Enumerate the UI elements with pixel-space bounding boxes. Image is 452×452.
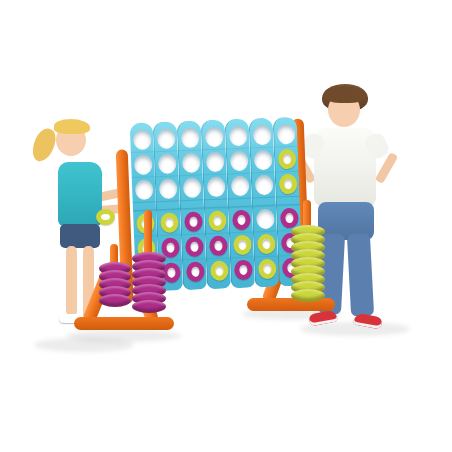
empty-hole: [230, 176, 249, 197]
cell-r3-c3: [180, 174, 204, 200]
yellow-disc: [233, 235, 252, 256]
cell-r3-c1: [132, 176, 156, 202]
magenta-disc-stack-small: [99, 262, 131, 307]
cell-r2-c1: [131, 151, 155, 177]
magenta-spare-disc: [99, 294, 131, 307]
cell-r3-c5: [228, 173, 252, 199]
empty-hole: [254, 175, 273, 196]
left-big-disc-pole: [144, 210, 152, 258]
yellow-disc-in-hand: [96, 209, 115, 225]
cell-r3-c7: [276, 171, 300, 197]
yellow-spare-disc: [291, 289, 325, 302]
cell-r6-c5: [231, 256, 255, 282]
cell-r6-c3: [183, 258, 207, 284]
cell-r5-c4: [206, 232, 230, 258]
magenta-disc: [209, 235, 228, 256]
empty-hole: [158, 178, 177, 199]
cell-r4-c3: [181, 208, 205, 234]
empty-hole: [132, 129, 151, 150]
boy-jeans-leg: [347, 233, 374, 316]
yellow-disc: [258, 259, 277, 280]
magenta-disc: [234, 260, 253, 281]
frame-left-foot: [74, 317, 174, 330]
boy-red-sneaker: [353, 313, 383, 330]
cell-r3-c4: [204, 173, 228, 199]
magenta-disc: [185, 236, 204, 257]
magenta-disc: [186, 261, 205, 282]
cell-r2-c5: [227, 148, 251, 174]
yellow-disc: [210, 260, 229, 281]
cell-r5-c5: [230, 231, 254, 257]
girl-denim-shorts: [60, 224, 100, 248]
cell-r6-c4: [207, 257, 231, 283]
empty-hole: [182, 177, 201, 198]
cell-r4-c6: [253, 206, 277, 232]
girl-hair: [54, 119, 90, 134]
cell-r5-c6: [254, 231, 278, 257]
empty-hole: [276, 124, 295, 145]
empty-hole: [206, 177, 225, 198]
cell-r4-c5: [229, 207, 253, 233]
cell-r2-c2: [155, 150, 179, 176]
cell-r2-c6: [251, 147, 275, 173]
yellow-disc: [278, 174, 297, 195]
empty-hole: [205, 152, 224, 173]
empty-hole: [228, 126, 247, 147]
cell-r1-c1: [130, 127, 154, 152]
empty-hole: [180, 128, 199, 149]
cell-r2-c4: [203, 148, 227, 174]
empty-hole: [133, 154, 152, 175]
cell-r5-c3: [182, 233, 206, 259]
magenta-disc-stack-big: [132, 252, 166, 313]
yellow-disc: [208, 211, 227, 232]
cell-r4-c4: [205, 207, 229, 233]
cell-r6-c6: [255, 256, 279, 282]
cell-r1-c3: [178, 125, 202, 150]
girl-leg: [66, 246, 77, 316]
cell-r1-c5: [226, 124, 250, 149]
yellow-disc-stack: [291, 225, 325, 302]
cell-r3-c2: [156, 175, 180, 201]
cell-r1-c7: [274, 122, 298, 147]
product-photo-scene: [0, 0, 452, 452]
empty-hole: [156, 128, 175, 149]
boy-red-sneaker: [308, 310, 338, 327]
empty-hole: [229, 151, 248, 172]
empty-hole: [134, 179, 153, 200]
empty-hole: [157, 153, 176, 174]
cell-r3-c6: [252, 172, 276, 198]
empty-hole: [204, 127, 223, 148]
cell-r2-c7: [275, 146, 299, 172]
magenta-disc: [232, 210, 251, 231]
boy-hair-fringe: [324, 86, 366, 103]
cell-r1-c6: [250, 123, 274, 148]
empty-hole: [256, 209, 275, 230]
yellow-disc: [257, 234, 276, 255]
empty-hole: [253, 150, 272, 171]
magenta-spare-disc: [132, 300, 166, 313]
yellow-disc: [277, 149, 296, 170]
empty-hole: [181, 152, 200, 173]
cell-r2-c3: [179, 149, 203, 175]
empty-hole: [252, 125, 271, 146]
magenta-disc: [184, 211, 203, 232]
cell-r1-c4: [202, 124, 226, 149]
cell-r4-c2: [157, 209, 181, 235]
cell-r1-c2: [154, 126, 178, 151]
girl-ponytail-hair: [29, 126, 59, 165]
yellow-disc: [160, 212, 179, 233]
